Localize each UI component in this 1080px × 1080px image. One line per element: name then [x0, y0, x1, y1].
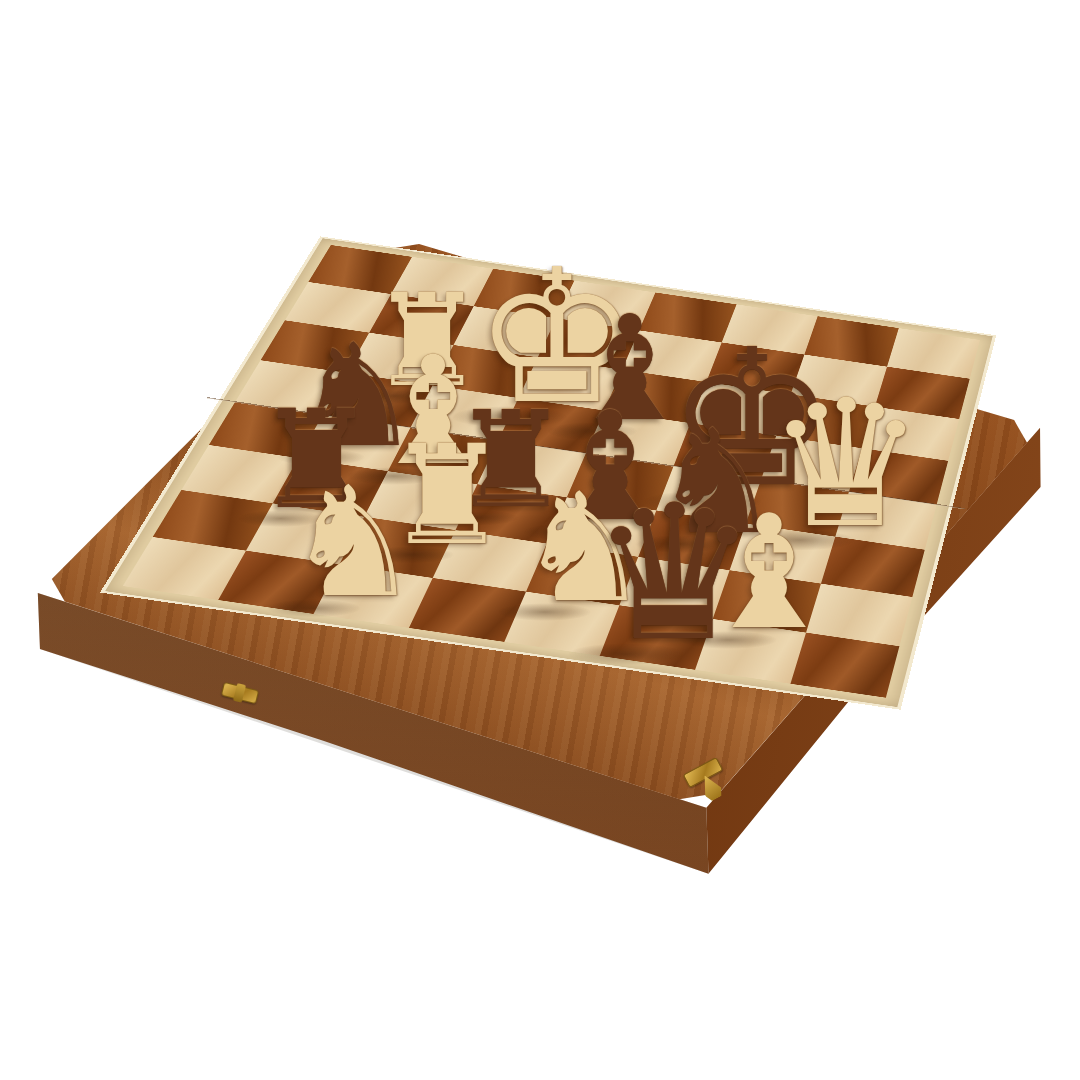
- knight-glyph: ♞: [285, 467, 421, 619]
- white-knight-c8[interactable]: ♞: [285, 467, 421, 619]
- chess-board-photo: ♜♚♝♞♚♛♝♜♝♞♜♜♞♞♛♝: [0, 0, 1080, 1080]
- queen-glyph: ♛: [590, 480, 758, 667]
- black-queen-f8[interactable]: ♛: [590, 480, 758, 667]
